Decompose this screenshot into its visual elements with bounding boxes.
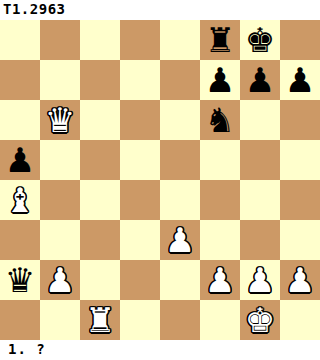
square-f3[interactable] [200, 220, 240, 260]
square-a2[interactable]: ♛ [0, 260, 40, 300]
square-e7[interactable] [160, 60, 200, 100]
square-h4[interactable] [280, 180, 320, 220]
square-d4[interactable] [120, 180, 160, 220]
square-c7[interactable] [80, 60, 120, 100]
piece-white-pawn-f2[interactable]: ♟ [205, 260, 235, 300]
square-b1[interactable] [40, 300, 80, 340]
square-c6[interactable] [80, 100, 120, 140]
square-g3[interactable] [240, 220, 280, 260]
square-h8[interactable] [280, 20, 320, 60]
square-f4[interactable] [200, 180, 240, 220]
piece-black-pawn-f7[interactable]: ♟ [205, 60, 235, 100]
square-a4[interactable]: ♝ [0, 180, 40, 220]
square-f6[interactable]: ♞ [200, 100, 240, 140]
piece-white-pawn-g2[interactable]: ♟ [245, 260, 275, 300]
square-a8[interactable] [0, 20, 40, 60]
square-g4[interactable] [240, 180, 280, 220]
square-d7[interactable] [120, 60, 160, 100]
piece-black-rook-f8[interactable]: ♜ [205, 20, 235, 60]
square-e4[interactable] [160, 180, 200, 220]
square-c5[interactable] [80, 140, 120, 180]
chess-board: ♜♚♟♟♟♛♞♟♝♟♛♟♟♟♟♜♚ [0, 20, 320, 340]
square-a3[interactable] [0, 220, 40, 260]
square-d8[interactable] [120, 20, 160, 60]
square-e3[interactable]: ♟ [160, 220, 200, 260]
piece-white-bishop-a4[interactable]: ♝ [5, 180, 35, 220]
square-d3[interactable] [120, 220, 160, 260]
square-h2[interactable]: ♟ [280, 260, 320, 300]
puzzle-title: T1.2963 [0, 0, 320, 20]
square-f2[interactable]: ♟ [200, 260, 240, 300]
piece-white-pawn-b2[interactable]: ♟ [45, 260, 75, 300]
square-h3[interactable] [280, 220, 320, 260]
square-a6[interactable] [0, 100, 40, 140]
square-g7[interactable]: ♟ [240, 60, 280, 100]
chess-puzzle-window: T1.2963 ♜♚♟♟♟♛♞♟♝♟♛♟♟♟♟♜♚ 1. ? [0, 0, 320, 360]
square-c4[interactable] [80, 180, 120, 220]
square-a5[interactable]: ♟ [0, 140, 40, 180]
piece-white-king-g1[interactable]: ♚ [245, 300, 275, 340]
piece-black-queen-a2[interactable]: ♛ [5, 260, 35, 300]
square-g2[interactable]: ♟ [240, 260, 280, 300]
square-e5[interactable] [160, 140, 200, 180]
square-f8[interactable]: ♜ [200, 20, 240, 60]
square-b7[interactable] [40, 60, 80, 100]
square-d2[interactable] [120, 260, 160, 300]
square-b8[interactable] [40, 20, 80, 60]
square-f1[interactable] [200, 300, 240, 340]
square-f5[interactable] [200, 140, 240, 180]
piece-black-pawn-h7[interactable]: ♟ [285, 60, 315, 100]
square-e8[interactable] [160, 20, 200, 60]
square-a1[interactable] [0, 300, 40, 340]
square-h5[interactable] [280, 140, 320, 180]
piece-white-pawn-e3[interactable]: ♟ [165, 220, 195, 260]
square-b5[interactable] [40, 140, 80, 180]
piece-black-knight-f6[interactable]: ♞ [205, 100, 235, 140]
square-h7[interactable]: ♟ [280, 60, 320, 100]
square-b4[interactable] [40, 180, 80, 220]
square-d5[interactable] [120, 140, 160, 180]
square-c1[interactable]: ♜ [80, 300, 120, 340]
square-d6[interactable] [120, 100, 160, 140]
piece-black-pawn-g7[interactable]: ♟ [245, 60, 275, 100]
square-d1[interactable] [120, 300, 160, 340]
square-g1[interactable]: ♚ [240, 300, 280, 340]
square-e6[interactable] [160, 100, 200, 140]
square-h1[interactable] [280, 300, 320, 340]
square-c2[interactable] [80, 260, 120, 300]
piece-white-queen-b6[interactable]: ♛ [45, 100, 75, 140]
square-g5[interactable] [240, 140, 280, 180]
square-a7[interactable] [0, 60, 40, 100]
square-f7[interactable]: ♟ [200, 60, 240, 100]
piece-black-king-g8[interactable]: ♚ [245, 20, 275, 60]
move-prompt: 1. ? [0, 340, 320, 360]
piece-black-pawn-a5[interactable]: ♟ [5, 140, 35, 180]
square-e1[interactable] [160, 300, 200, 340]
square-h6[interactable] [280, 100, 320, 140]
square-e2[interactable] [160, 260, 200, 300]
square-g8[interactable]: ♚ [240, 20, 280, 60]
piece-white-pawn-h2[interactable]: ♟ [285, 260, 315, 300]
square-g6[interactable] [240, 100, 280, 140]
square-b3[interactable] [40, 220, 80, 260]
square-c8[interactable] [80, 20, 120, 60]
square-c3[interactable] [80, 220, 120, 260]
piece-white-rook-c1[interactable]: ♜ [85, 300, 115, 340]
square-b6[interactable]: ♛ [40, 100, 80, 140]
square-b2[interactable]: ♟ [40, 260, 80, 300]
